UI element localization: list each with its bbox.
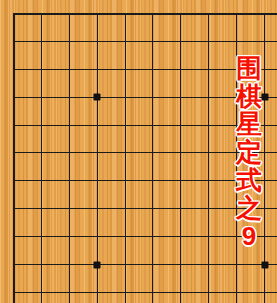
board-intersection[interactable] [41, 180, 69, 208]
board-intersection[interactable] [180, 152, 208, 180]
board-intersection[interactable] [69, 41, 97, 69]
board-intersection[interactable] [97, 264, 125, 292]
board-intersection[interactable] [208, 41, 236, 69]
board-intersection[interactable] [97, 69, 125, 97]
board-intersection[interactable] [125, 125, 153, 153]
board-intersection[interactable] [208, 180, 236, 208]
board-intersection[interactable] [208, 264, 236, 292]
board-intersection[interactable] [97, 41, 125, 69]
board-intersection[interactable] [152, 152, 180, 180]
board-intersection[interactable] [125, 264, 153, 292]
board-intersection[interactable] [97, 180, 125, 208]
board-intersection[interactable] [41, 152, 69, 180]
board-intersection[interactable] [208, 97, 236, 125]
board-intersection[interactable] [41, 208, 69, 236]
board-intersection[interactable] [69, 152, 97, 180]
go-board[interactable] [13, 13, 277, 303]
board-intersection[interactable] [208, 13, 236, 41]
board-intersection[interactable] [41, 97, 69, 125]
board-intersection[interactable] [152, 208, 180, 236]
board-intersection[interactable] [97, 125, 125, 153]
board-intersection[interactable] [180, 13, 208, 41]
board-intersection[interactable] [180, 264, 208, 292]
board-intersection[interactable] [97, 97, 125, 125]
board-intersection[interactable] [13, 41, 41, 69]
board-intersection[interactable] [125, 180, 153, 208]
board-intersection[interactable] [13, 125, 41, 153]
board-intersection[interactable] [41, 41, 69, 69]
board-intersection[interactable] [69, 97, 97, 125]
board-intersection[interactable] [125, 152, 153, 180]
board-intersection[interactable] [208, 208, 236, 236]
board-intersection[interactable] [264, 292, 277, 303]
board-intersection[interactable] [69, 69, 97, 97]
board-intersection[interactable] [236, 208, 264, 236]
board-intersection[interactable] [125, 236, 153, 264]
board-intersection[interactable] [41, 292, 69, 303]
board-intersection[interactable] [264, 13, 277, 41]
board-intersection[interactable] [125, 13, 153, 41]
board-intersection[interactable] [69, 292, 97, 303]
board-intersection[interactable] [236, 41, 264, 69]
board-intersection[interactable] [13, 180, 41, 208]
board-intersection[interactable] [152, 125, 180, 153]
board-intersection[interactable] [13, 264, 41, 292]
board-intersection[interactable] [69, 236, 97, 264]
board-intersection[interactable] [264, 41, 277, 69]
board-intersection[interactable] [41, 264, 69, 292]
board-intersection[interactable] [41, 69, 69, 97]
board-intersection[interactable] [236, 236, 264, 264]
board-intersection[interactable] [180, 125, 208, 153]
board-intersection[interactable] [264, 236, 277, 264]
board-intersection[interactable] [152, 41, 180, 69]
board-intersection[interactable] [236, 13, 264, 41]
board-intersection[interactable] [264, 208, 277, 236]
board-intersection[interactable] [180, 236, 208, 264]
board-intersection[interactable] [125, 292, 153, 303]
star-point [261, 94, 268, 101]
board-intersection[interactable] [152, 236, 180, 264]
board-intersection[interactable] [236, 125, 264, 153]
board-intersection[interactable] [97, 292, 125, 303]
board-intersection[interactable] [125, 208, 153, 236]
star-point [261, 261, 268, 268]
star-point [94, 261, 101, 268]
board-intersection[interactable] [41, 13, 69, 41]
board-intersection[interactable] [152, 13, 180, 41]
star-point [94, 94, 101, 101]
board-intersection[interactable] [180, 97, 208, 125]
board-intersection[interactable] [13, 292, 41, 303]
board-intersection[interactable] [236, 152, 264, 180]
board-intersection[interactable] [41, 125, 69, 153]
board-intersection[interactable] [180, 208, 208, 236]
board-intersection[interactable] [208, 292, 236, 303]
board-intersection[interactable] [41, 236, 69, 264]
board-intersection[interactable] [208, 69, 236, 97]
board-intersection[interactable] [13, 208, 41, 236]
board-intersection[interactable] [97, 236, 125, 264]
board-intersection[interactable] [180, 41, 208, 69]
board-intersection[interactable] [13, 152, 41, 180]
board-intersection[interactable] [69, 125, 97, 153]
board-intersection[interactable] [13, 69, 41, 97]
board-intersection[interactable] [152, 264, 180, 292]
board-intersection[interactable] [13, 236, 41, 264]
board-intersection[interactable] [152, 69, 180, 97]
go-board-screen: 围棋星定式之9 [0, 0, 277, 303]
board-intersection[interactable] [97, 152, 125, 180]
board-intersection[interactable] [236, 292, 264, 303]
board-intersection[interactable] [69, 13, 97, 41]
board-intersection[interactable] [180, 69, 208, 97]
board-intersection[interactable] [180, 292, 208, 303]
board-intersection[interactable] [236, 180, 264, 208]
board-intersection[interactable] [236, 264, 264, 292]
board-intersection[interactable] [125, 97, 153, 125]
board-intersection[interactable] [152, 97, 180, 125]
board-intersection[interactable] [208, 236, 236, 264]
board-intersection[interactable] [264, 125, 277, 153]
board-intersection[interactable] [236, 97, 264, 125]
board-intersection[interactable] [97, 13, 125, 41]
board-intersection[interactable] [264, 69, 277, 97]
board-intersection[interactable] [152, 180, 180, 208]
board-intersection[interactable] [69, 180, 97, 208]
board-intersection[interactable] [125, 69, 153, 97]
board-intersection[interactable] [236, 69, 264, 97]
board-intersection[interactable] [125, 41, 153, 69]
board-intersection[interactable] [180, 180, 208, 208]
board-intersection[interactable] [264, 152, 277, 180]
board-intersection[interactable] [13, 13, 41, 41]
board-intersection[interactable] [13, 97, 41, 125]
board-intersection[interactable] [208, 125, 236, 153]
board-intersection[interactable] [264, 97, 277, 125]
board-intersection[interactable] [264, 264, 277, 292]
board-intersection[interactable] [69, 208, 97, 236]
board-intersection[interactable] [69, 264, 97, 292]
board-intersection[interactable] [97, 208, 125, 236]
board-intersection[interactable] [208, 152, 236, 180]
board-intersection[interactable] [152, 292, 180, 303]
board-intersection[interactable] [264, 180, 277, 208]
